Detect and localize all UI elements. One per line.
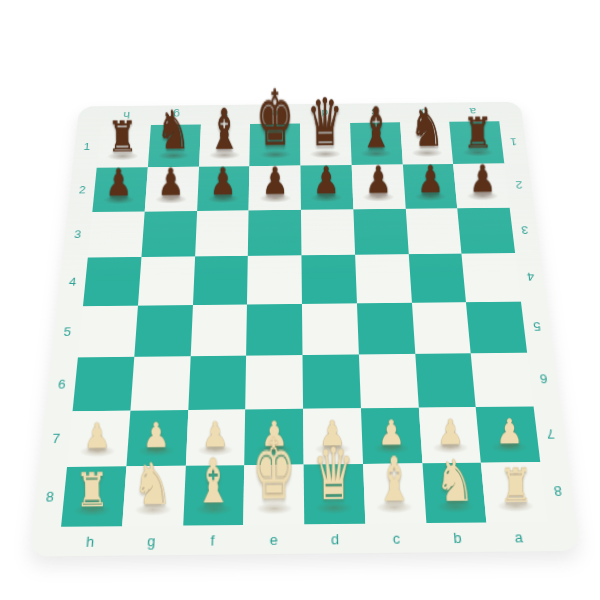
- square-c2: ♟: [351, 164, 405, 209]
- piece-d8-light-queen: ♛: [313, 439, 355, 511]
- piece-e1-dark-king: ♚: [255, 79, 294, 156]
- piece-b1-dark-knight: ♞: [410, 101, 445, 154]
- file-label-bottom-a: a: [487, 522, 551, 552]
- square-d3: [301, 209, 355, 256]
- square-b2: ♟: [402, 164, 457, 208]
- square-f2: ♟: [197, 166, 250, 211]
- square-b3: [405, 208, 461, 255]
- rank-label-right-3: 3: [510, 207, 541, 253]
- product-photo-stage: hgfedcba1♜♞♝♚♛♝♞♜12♟♟♟♟♟♟♟♟2334455667♟♟♟…: [0, 0, 600, 600]
- square-g8: ♞: [122, 466, 185, 526]
- file-label-bottom-c: c: [365, 523, 428, 553]
- square-b4: [408, 254, 466, 303]
- square-a7: ♟: [476, 406, 540, 463]
- square-e5: [246, 304, 302, 355]
- mat-corner-bottom-left: [29, 527, 61, 557]
- piece-e8-light-king: ♚: [251, 429, 295, 512]
- square-d8: ♛: [304, 464, 365, 524]
- piece-h1-dark-rook: ♜: [108, 116, 138, 158]
- piece-a8-light-rook: ♜: [498, 462, 532, 509]
- square-h3: [88, 211, 145, 258]
- piece-c8-light-bishop: ♝: [375, 449, 413, 510]
- square-f3: [195, 210, 249, 257]
- file-label-bottom-f: f: [181, 525, 243, 555]
- square-c4: [355, 254, 412, 303]
- piece-f2-dark-pawn: ♟: [209, 163, 236, 201]
- chess-board-mat: hgfedcba1♜♞♝♚♛♝♞♜12♟♟♟♟♟♟♟♟2334455667♟♟♟…: [29, 102, 580, 557]
- file-label-bottom-b: b: [426, 522, 490, 552]
- piece-f8-light-bishop: ♝: [194, 451, 232, 512]
- rank-label-right-6: 6: [527, 352, 561, 406]
- square-c3: [353, 208, 408, 255]
- square-f6: [188, 355, 247, 409]
- piece-a2-dark-pawn: ♟: [469, 160, 496, 198]
- piece-d1-dark-queen: ♛: [307, 90, 343, 156]
- piece-g8-light-knight: ♞: [133, 455, 173, 513]
- square-e4: [247, 256, 302, 305]
- square-b5: [411, 302, 470, 353]
- square-g6: [130, 356, 190, 410]
- piece-b7-light-pawn: ♟: [437, 416, 464, 451]
- file-label-bottom-g: g: [120, 526, 183, 556]
- file-label-bottom-d: d: [304, 524, 366, 554]
- piece-h7-light-pawn: ♟: [84, 420, 111, 455]
- square-h5: [78, 306, 138, 358]
- square-e3: [248, 209, 301, 256]
- rank-label-right-5: 5: [521, 301, 554, 352]
- rank-label-right-2: 2: [504, 163, 534, 207]
- square-d2: ♟: [301, 165, 354, 210]
- mat-perspective-wrapper: hgfedcba1♜♞♝♚♛♝♞♜12♟♟♟♟♟♟♟♟2334455667♟♟♟…: [54, 56, 549, 551]
- square-g5: [134, 305, 192, 357]
- piece-e2-dark-pawn: ♟: [261, 162, 288, 200]
- piece-b2-dark-pawn: ♟: [417, 160, 444, 198]
- piece-b8-light-knight: ♞: [435, 452, 475, 510]
- piece-c2-dark-pawn: ♟: [365, 161, 392, 199]
- piece-d2-dark-pawn: ♟: [313, 162, 340, 200]
- square-d5: [302, 303, 359, 354]
- square-a3: [457, 207, 515, 254]
- mat-corner-top-right: [497, 102, 523, 122]
- mat-corner-bottom-right: [547, 521, 580, 551]
- piece-c1-dark-bishop: ♝: [360, 99, 393, 155]
- square-h8: ♜: [61, 467, 126, 527]
- square-b6: [415, 353, 476, 407]
- piece-g2-dark-pawn: ♟: [158, 163, 185, 201]
- square-a2: ♟: [453, 163, 509, 207]
- piece-a1-dark-rook: ♜: [463, 112, 493, 154]
- square-a4: [462, 253, 521, 302]
- square-h7: ♟: [67, 410, 130, 467]
- square-b8: ♞: [422, 463, 487, 523]
- square-e2: ♟: [249, 165, 301, 210]
- square-g3: [141, 210, 196, 257]
- file-label-bottom-e: e: [243, 524, 305, 554]
- square-d4: [301, 255, 356, 304]
- square-g2: ♟: [145, 166, 199, 211]
- piece-a7-light-pawn: ♟: [496, 415, 523, 450]
- rank-label-left-8: 8: [32, 467, 67, 527]
- square-h2: ♟: [92, 167, 147, 212]
- square-f4: [192, 256, 248, 305]
- square-c6: [359, 354, 419, 408]
- square-f5: [190, 304, 247, 355]
- rank-label-right-4: 4: [515, 253, 547, 302]
- square-e8: ♚: [243, 465, 304, 525]
- square-a8: ♜: [481, 462, 547, 522]
- square-a5: [466, 302, 527, 353]
- square-f8: ♝: [183, 465, 245, 525]
- rank-label-right-8: 8: [540, 462, 576, 522]
- piece-h2-dark-pawn: ♟: [106, 164, 133, 202]
- square-c5: [357, 303, 415, 354]
- rank-label-right-7: 7: [534, 406, 569, 463]
- piece-f1-dark-bishop: ♝: [208, 101, 241, 157]
- file-label-bottom-h: h: [58, 526, 122, 556]
- square-e6: [245, 355, 303, 409]
- square-c8: ♝: [363, 464, 426, 524]
- square-a6: [471, 352, 534, 406]
- square-h4: [83, 257, 141, 306]
- piece-g7-light-pawn: ♟: [143, 419, 170, 454]
- mat-corner-top-left: [77, 106, 103, 126]
- piece-h8-light-rook: ♜: [75, 466, 109, 513]
- square-d6: [302, 354, 360, 408]
- rank-label-right-1: 1: [499, 121, 528, 163]
- square-g4: [138, 257, 195, 306]
- piece-g1-dark-knight: ♞: [156, 104, 191, 157]
- square-h6: [73, 357, 134, 411]
